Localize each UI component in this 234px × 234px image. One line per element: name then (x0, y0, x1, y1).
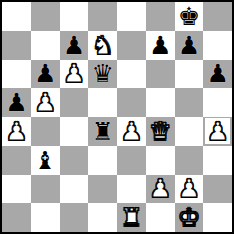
white-pawn: ♟ (149, 176, 171, 201)
square-b3[interactable]: ♝ (31, 146, 60, 175)
square-e5[interactable] (117, 88, 146, 117)
square-h4[interactable]: ♟ (203, 117, 232, 146)
square-e2[interactable] (117, 175, 146, 204)
square-h1[interactable] (203, 203, 232, 232)
square-f3[interactable] (146, 146, 175, 175)
black-pawn: ♟ (206, 61, 228, 86)
square-c1[interactable] (60, 203, 89, 232)
square-f5[interactable] (146, 88, 175, 117)
square-f6[interactable] (146, 60, 175, 89)
square-e1[interactable]: ♜ (117, 203, 146, 232)
square-b7[interactable] (31, 31, 60, 60)
square-a4[interactable]: ♟ (2, 117, 31, 146)
square-b4[interactable] (31, 117, 60, 146)
square-c5[interactable] (60, 88, 89, 117)
square-g8[interactable]: ♚ (175, 2, 204, 31)
square-e4[interactable]: ♟ (117, 117, 146, 146)
black-pawn: ♟ (34, 61, 56, 86)
square-f4[interactable]: ♛ (146, 117, 175, 146)
square-d1[interactable] (88, 203, 117, 232)
square-a5[interactable]: ♟ (2, 88, 31, 117)
square-d3[interactable] (88, 146, 117, 175)
square-d8[interactable] (88, 2, 117, 31)
square-d5[interactable] (88, 88, 117, 117)
square-h6[interactable]: ♟ (203, 60, 232, 89)
square-g1[interactable]: ♚ (175, 203, 204, 232)
square-f1[interactable] (146, 203, 175, 232)
square-c7[interactable]: ♟ (60, 31, 89, 60)
square-h5[interactable] (203, 88, 232, 117)
black-pawn: ♟ (63, 33, 85, 58)
square-b1[interactable] (31, 203, 60, 232)
square-h3[interactable] (203, 146, 232, 175)
square-d6[interactable]: ♛ (88, 60, 117, 89)
black-pawn: ♟ (5, 90, 27, 115)
square-c8[interactable] (60, 2, 89, 31)
square-a6[interactable] (2, 60, 31, 89)
chess-board: ♚♟♞♟♟♟♟♛♟♟♟♟♜♟♛♟♝♟♟♜♚ (2, 2, 232, 232)
white-pawn: ♟ (34, 90, 56, 115)
white-rook: ♜ (120, 205, 142, 230)
square-e3[interactable] (117, 146, 146, 175)
square-g2[interactable]: ♟ (175, 175, 204, 204)
black-queen: ♛ (91, 61, 113, 86)
square-g4[interactable] (175, 117, 204, 146)
square-a3[interactable] (2, 146, 31, 175)
square-a2[interactable] (2, 175, 31, 204)
square-g6[interactable] (175, 60, 204, 89)
white-king: ♚ (178, 205, 200, 230)
square-c3[interactable] (60, 146, 89, 175)
square-f2[interactable]: ♟ (146, 175, 175, 204)
white-queen: ♛ (149, 119, 171, 144)
white-pawn: ♟ (205, 118, 230, 144)
white-pawn: ♟ (5, 119, 27, 144)
square-c4[interactable] (60, 117, 89, 146)
square-e8[interactable] (117, 2, 146, 31)
black-bishop: ♝ (34, 148, 56, 173)
square-g5[interactable] (175, 88, 204, 117)
square-b5[interactable]: ♟ (31, 88, 60, 117)
black-king: ♚ (178, 4, 200, 29)
square-c6[interactable]: ♟ (60, 60, 89, 89)
square-h2[interactable] (203, 175, 232, 204)
white-pawn: ♟ (178, 176, 200, 201)
square-b6[interactable]: ♟ (31, 60, 60, 89)
square-e6[interactable] (117, 60, 146, 89)
white-pawn: ♟ (120, 119, 142, 144)
square-f7[interactable]: ♟ (146, 31, 175, 60)
white-pawn: ♟ (63, 61, 85, 86)
square-d7[interactable]: ♞ (88, 31, 117, 60)
square-c2[interactable] (60, 175, 89, 204)
black-pawn: ♟ (178, 33, 200, 58)
square-b8[interactable] (31, 2, 60, 31)
square-e7[interactable] (117, 31, 146, 60)
square-h8[interactable] (203, 2, 232, 31)
black-rook: ♜ (91, 119, 113, 144)
square-g3[interactable] (175, 146, 204, 175)
black-pawn: ♟ (149, 33, 171, 58)
square-a1[interactable] (2, 203, 31, 232)
white-knight: ♞ (91, 33, 113, 58)
square-a7[interactable] (2, 31, 31, 60)
chess-diagram-frame: ♚♟♞♟♟♟♟♛♟♟♟♟♜♟♛♟♝♟♟♜♚ (0, 0, 234, 234)
square-b2[interactable] (31, 175, 60, 204)
square-h7[interactable] (203, 31, 232, 60)
square-d4[interactable]: ♜ (88, 117, 117, 146)
square-a8[interactable] (2, 2, 31, 31)
square-d2[interactable] (88, 175, 117, 204)
square-g7[interactable]: ♟ (175, 31, 204, 60)
square-f8[interactable] (146, 2, 175, 31)
